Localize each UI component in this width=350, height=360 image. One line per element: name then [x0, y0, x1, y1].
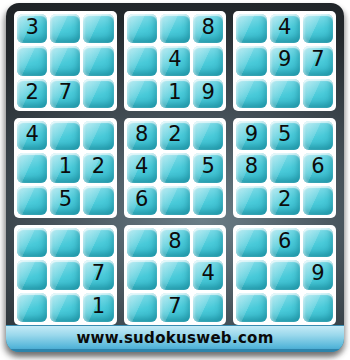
footer-banner: www.sudokusweb.com	[6, 325, 344, 352]
given-digit: 4	[168, 49, 181, 70]
cell-r9c7[interactable]	[236, 293, 266, 322]
given-digit: 4	[202, 263, 215, 284]
given-digit: 2	[168, 124, 181, 145]
cell-r9c4[interactable]	[127, 293, 157, 322]
given-digit: 4	[135, 156, 148, 177]
cell-r8c4[interactable]	[127, 260, 157, 289]
cell-r9c3[interactable]: 1	[83, 293, 113, 322]
cell-r5c7[interactable]: 8	[236, 153, 266, 182]
cell-r2c6[interactable]	[193, 46, 223, 75]
cell-r4c7[interactable]: 9	[236, 121, 266, 150]
box-2-3: 95862	[233, 118, 336, 218]
given-digit: 9	[278, 49, 291, 70]
cell-r4c4[interactable]: 8	[127, 121, 157, 150]
box-2-1: 4125	[14, 118, 117, 218]
given-digit: 7	[168, 296, 181, 317]
cell-r5c4[interactable]: 4	[127, 153, 157, 182]
cell-r6c2[interactable]: 5	[50, 186, 80, 215]
given-digit: 6	[311, 156, 324, 177]
given-digit: 4	[278, 17, 291, 38]
given-digit: 6	[278, 231, 291, 252]
cell-r6c8[interactable]: 2	[270, 186, 300, 215]
cell-r7c4[interactable]	[127, 228, 157, 257]
given-digit: 2	[278, 189, 291, 210]
cell-r2c9[interactable]: 7	[303, 46, 333, 75]
cell-r7c2[interactable]	[50, 228, 80, 257]
cell-r2c7[interactable]	[236, 46, 266, 75]
given-digit: 5	[278, 124, 291, 145]
cell-r2c8[interactable]: 9	[270, 46, 300, 75]
cell-r7c5[interactable]: 8	[160, 228, 190, 257]
given-digit: 7	[311, 49, 324, 70]
given-digit: 9	[202, 82, 215, 103]
cell-r7c6[interactable]	[193, 228, 223, 257]
cell-r5c3[interactable]: 2	[83, 153, 113, 182]
cell-r6c9[interactable]	[303, 186, 333, 215]
cell-r3c2[interactable]: 7	[50, 79, 80, 108]
cell-r3c1[interactable]: 2	[17, 79, 47, 108]
cell-r9c9[interactable]	[303, 293, 333, 322]
given-digit: 8	[168, 231, 181, 252]
cell-r7c8[interactable]: 6	[270, 228, 300, 257]
cell-r1c4[interactable]	[127, 14, 157, 43]
cell-r6c7[interactable]	[236, 186, 266, 215]
given-digit: 3	[25, 17, 38, 38]
given-digit: 1	[92, 296, 105, 317]
sudoku-grid: 3278419497412582456958627184769	[6, 3, 344, 325]
given-digit: 4	[25, 124, 38, 145]
box-3-1: 71	[14, 225, 117, 325]
cell-r4c3[interactable]	[83, 121, 113, 150]
cell-r4c5[interactable]: 2	[160, 121, 190, 150]
cell-r9c5[interactable]: 7	[160, 293, 190, 322]
cell-r2c3[interactable]	[83, 46, 113, 75]
cell-r6c3[interactable]	[83, 186, 113, 215]
cell-r1c8[interactable]: 4	[270, 14, 300, 43]
cell-r6c5[interactable]	[160, 186, 190, 215]
cell-r2c5[interactable]: 4	[160, 46, 190, 75]
given-digit: 9	[245, 124, 258, 145]
given-digit: 7	[92, 263, 105, 284]
given-digit: 1	[168, 82, 181, 103]
cell-r5c2[interactable]: 1	[50, 153, 80, 182]
given-digit: 2	[92, 156, 105, 177]
cell-r5c6[interactable]: 5	[193, 153, 223, 182]
given-digit: 8	[245, 156, 258, 177]
cell-r4c6[interactable]	[193, 121, 223, 150]
box-3-2: 847	[124, 225, 227, 325]
cell-r9c1[interactable]	[17, 293, 47, 322]
box-1-1: 327	[14, 11, 117, 111]
given-digit: 9	[311, 263, 324, 284]
cell-r8c8[interactable]	[270, 260, 300, 289]
given-digit: 5	[202, 156, 215, 177]
cell-r7c7[interactable]	[236, 228, 266, 257]
cell-r9c8[interactable]	[270, 293, 300, 322]
cell-r5c9[interactable]: 6	[303, 153, 333, 182]
cell-r3c8[interactable]	[270, 79, 300, 108]
cell-r2c1[interactable]	[17, 46, 47, 75]
box-1-2: 8419	[124, 11, 227, 111]
cell-r8c2[interactable]	[50, 260, 80, 289]
cell-r5c5[interactable]	[160, 153, 190, 182]
cell-r3c3[interactable]	[83, 79, 113, 108]
given-digit: 6	[135, 189, 148, 210]
cell-r1c2[interactable]	[50, 14, 80, 43]
cell-r6c4[interactable]: 6	[127, 186, 157, 215]
given-digit: 8	[202, 17, 215, 38]
cell-r3c6[interactable]: 9	[193, 79, 223, 108]
cell-r5c8[interactable]	[270, 153, 300, 182]
cell-r3c9[interactable]	[303, 79, 333, 108]
given-digit: 5	[59, 189, 72, 210]
cell-r8c6[interactable]: 4	[193, 260, 223, 289]
cell-r7c1[interactable]	[17, 228, 47, 257]
cell-r5c1[interactable]	[17, 153, 47, 182]
cell-r1c7[interactable]	[236, 14, 266, 43]
cell-r7c9[interactable]	[303, 228, 333, 257]
given-digit: 8	[135, 124, 148, 145]
box-3-3: 69	[233, 225, 336, 325]
cell-r4c8[interactable]: 5	[270, 121, 300, 150]
given-digit: 7	[59, 82, 72, 103]
cell-r1c5[interactable]	[160, 14, 190, 43]
cell-r8c5[interactable]	[160, 260, 190, 289]
cell-r7c3[interactable]	[83, 228, 113, 257]
cell-r3c5[interactable]: 1	[160, 79, 190, 108]
cell-r2c4[interactable]	[127, 46, 157, 75]
box-1-3: 497	[233, 11, 336, 111]
cell-r8c9[interactable]: 9	[303, 260, 333, 289]
cell-r3c4[interactable]	[127, 79, 157, 108]
cell-r1c1[interactable]: 3	[17, 14, 47, 43]
cell-r6c6[interactable]	[193, 186, 223, 215]
box-2-2: 82456	[124, 118, 227, 218]
cell-r6c1[interactable]	[17, 186, 47, 215]
cell-r1c3[interactable]	[83, 14, 113, 43]
cell-r2c2[interactable]	[50, 46, 80, 75]
cell-r8c3[interactable]: 7	[83, 260, 113, 289]
given-digit: 1	[59, 156, 72, 177]
cell-r4c2[interactable]	[50, 121, 80, 150]
cell-r4c1[interactable]: 4	[17, 121, 47, 150]
cell-r8c7[interactable]	[236, 260, 266, 289]
site-url-link[interactable]: www.sudokusweb.com	[76, 329, 273, 349]
cell-r1c6[interactable]: 8	[193, 14, 223, 43]
cell-r3c7[interactable]	[236, 79, 266, 108]
cell-r4c9[interactable]	[303, 121, 333, 150]
given-digit: 2	[25, 82, 38, 103]
cell-r8c1[interactable]	[17, 260, 47, 289]
cell-r1c9[interactable]	[303, 14, 333, 43]
cell-r9c2[interactable]	[50, 293, 80, 322]
sudoku-board-frame: 3278419497412582456958627184769 www.sudo…	[6, 3, 344, 352]
cell-r9c6[interactable]	[193, 293, 223, 322]
